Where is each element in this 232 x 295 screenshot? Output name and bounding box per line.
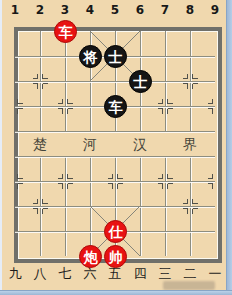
file-label-top: 2 — [32, 3, 48, 17]
file-label-bottom: 九 — [6, 265, 24, 283]
piece-black-general[interactable]: 将 — [79, 45, 102, 68]
file-label-bottom: 四 — [131, 265, 149, 283]
grid-line — [15, 131, 215, 132]
piece-red-advisor[interactable]: 仕 — [104, 220, 127, 243]
grid-line — [15, 181, 215, 182]
piece-black-chariot[interactable]: 车 — [104, 95, 127, 118]
file-label-top: 8 — [182, 3, 198, 17]
file-label-top: 6 — [132, 3, 148, 17]
file-label-top: 9 — [207, 3, 223, 17]
watermark — [163, 281, 215, 290]
river-char: 汉 — [130, 136, 150, 154]
file-label-bottom: 八 — [31, 265, 49, 283]
piece-black-advisor[interactable]: 士 — [104, 45, 127, 68]
file-label-top: 5 — [107, 3, 123, 17]
grid-line — [15, 81, 215, 82]
file-label-bottom: 七 — [56, 265, 74, 283]
river-char: 楚 — [30, 136, 50, 154]
river-char: 河 — [80, 136, 100, 154]
grid-line — [15, 206, 215, 207]
file-label-top: 7 — [157, 3, 173, 17]
xiangqi-board-screen: 123456789 楚河汉界 车将士士车仕炮帅 九八七六五四三二一 — [0, 0, 232, 295]
river-char: 界 — [180, 136, 200, 154]
grid-line — [15, 156, 215, 157]
window-edge-bottom — [0, 290, 232, 295]
piece-red-chariot[interactable]: 车 — [54, 20, 77, 43]
file-label-top: 3 — [57, 3, 73, 17]
window-edge-left — [0, 0, 2, 295]
piece-black-advisor[interactable]: 士 — [129, 70, 152, 93]
window-edge-right — [226, 0, 232, 295]
file-label-top: 4 — [82, 3, 98, 17]
piece-red-cannon[interactable]: 炮 — [79, 245, 102, 268]
piece-red-general[interactable]: 帅 — [104, 245, 127, 268]
file-label-top: 1 — [7, 3, 23, 17]
